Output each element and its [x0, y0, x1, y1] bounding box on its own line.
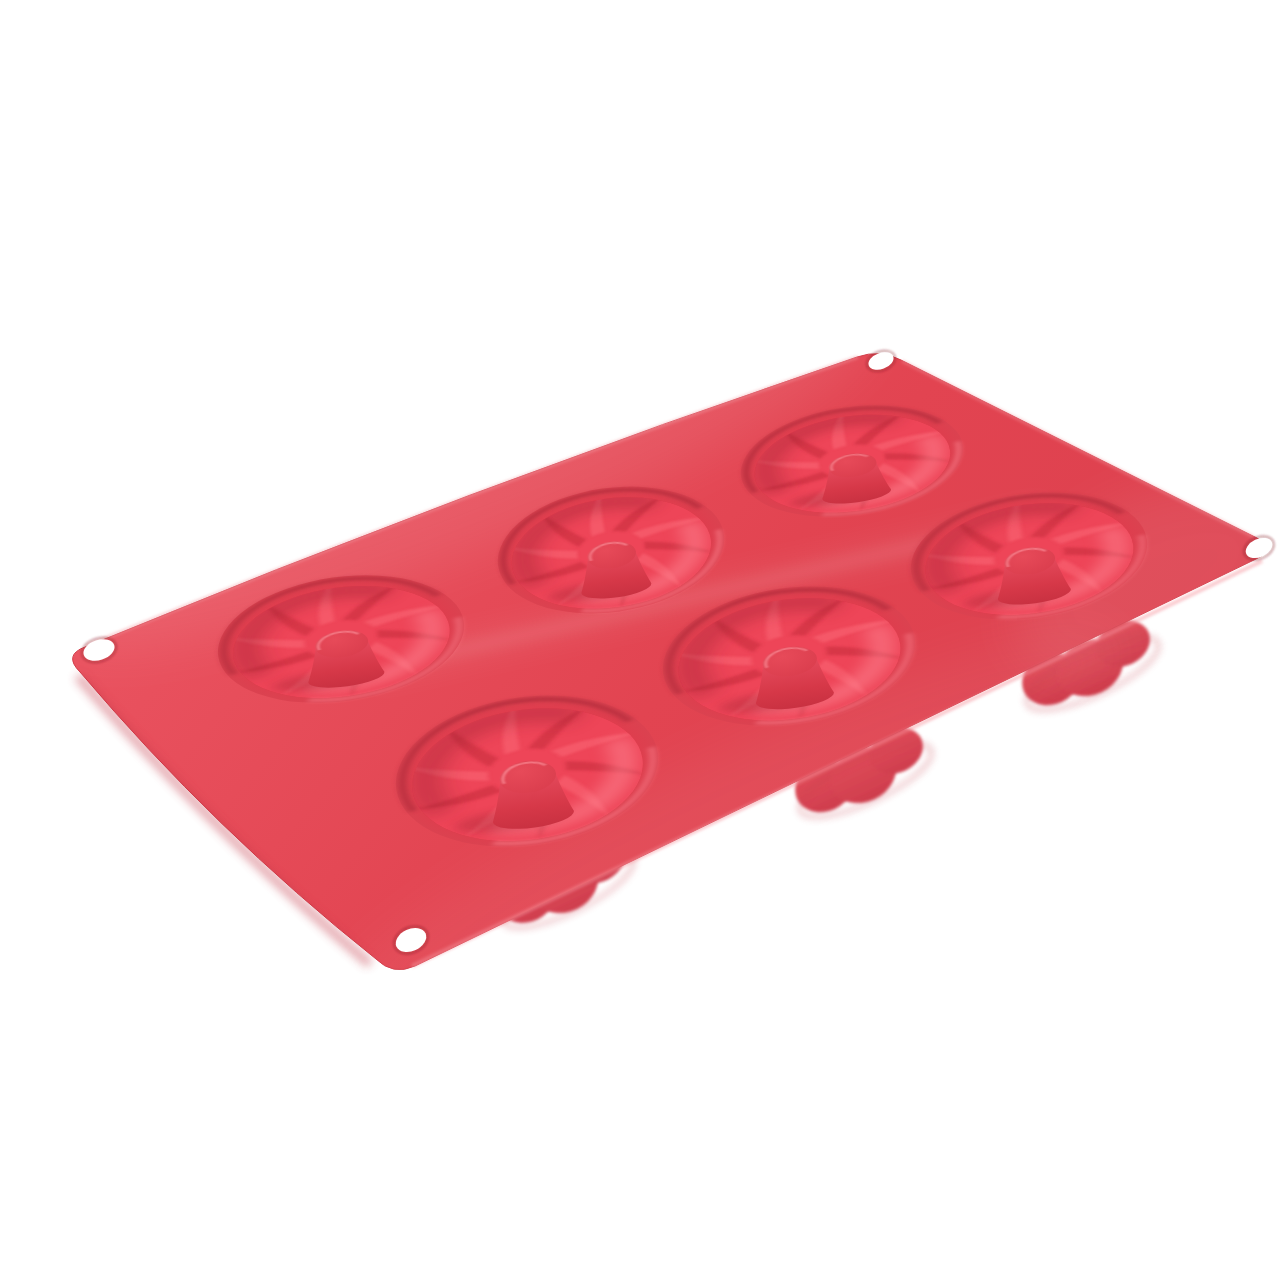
silicone-mold-photo-canvas	[40, 16, 1280, 1280]
product-photo: Angled overhead product photo of a red s…	[40, 16, 1280, 1280]
